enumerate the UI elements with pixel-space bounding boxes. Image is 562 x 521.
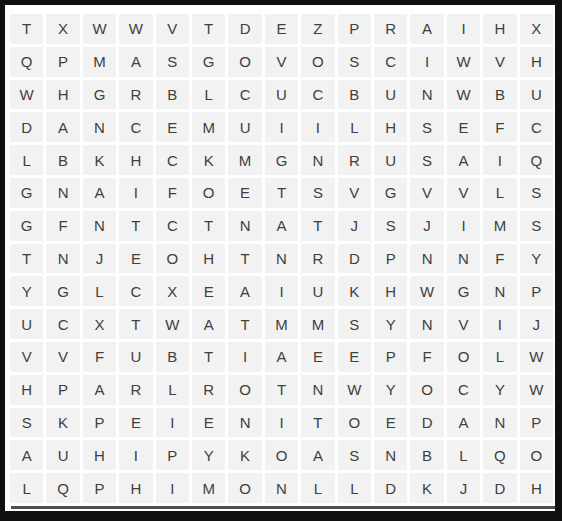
grid-cell[interactable]: T bbox=[192, 14, 225, 44]
grid-cell[interactable]: N bbox=[410, 80, 443, 110]
grid-cell[interactable]: N bbox=[410, 244, 443, 274]
grid-cell[interactable]: J bbox=[83, 244, 116, 274]
grid-cell[interactable]: E bbox=[119, 244, 152, 274]
grid-cell[interactable]: B bbox=[46, 145, 79, 175]
grid-cell[interactable]: E bbox=[447, 112, 480, 142]
grid-cell[interactable]: T bbox=[265, 375, 298, 405]
grid-cell[interactable]: U bbox=[301, 276, 334, 306]
grid-cell[interactable]: U bbox=[46, 440, 79, 470]
grid-cell[interactable]: W bbox=[119, 14, 152, 44]
grid-cell[interactable]: V bbox=[265, 47, 298, 77]
grid-cell[interactable]: H bbox=[374, 276, 407, 306]
grid-cell[interactable]: K bbox=[410, 473, 443, 503]
grid-cell[interactable]: O bbox=[228, 473, 261, 503]
grid-cell[interactable]: Z bbox=[301, 14, 334, 44]
grid-cell[interactable]: C bbox=[46, 309, 79, 339]
grid-cell[interactable]: E bbox=[374, 408, 407, 438]
grid-cell[interactable]: D bbox=[483, 473, 516, 503]
grid-cell[interactable]: E bbox=[192, 408, 225, 438]
grid-cell[interactable]: U bbox=[10, 309, 43, 339]
frame-shadow-line bbox=[11, 506, 555, 509]
grid-cell[interactable]: O bbox=[156, 244, 189, 274]
grid-cell[interactable]: R bbox=[301, 244, 334, 274]
grid-cell[interactable]: F bbox=[483, 112, 516, 142]
grid-cell[interactable]: N bbox=[228, 211, 261, 241]
grid-cell[interactable]: G bbox=[374, 178, 407, 208]
grid-cell[interactable]: L bbox=[192, 80, 225, 110]
grid-cell[interactable]: T bbox=[265, 178, 298, 208]
grid-cell[interactable]: N bbox=[46, 244, 79, 274]
grid-cell[interactable]: H bbox=[83, 440, 116, 470]
grid-cell[interactable]: V bbox=[447, 178, 480, 208]
grid-cell[interactable]: X bbox=[46, 14, 79, 44]
grid-cell[interactable]: A bbox=[119, 47, 152, 77]
grid-cell[interactable]: O bbox=[192, 178, 225, 208]
grid-cell[interactable]: R bbox=[119, 375, 152, 405]
grid-cell[interactable]: W bbox=[410, 276, 443, 306]
grid-cell[interactable]: W bbox=[338, 375, 371, 405]
grid-cell[interactable]: E bbox=[265, 14, 298, 44]
grid-cell[interactable]: T bbox=[119, 309, 152, 339]
grid-cell[interactable]: R bbox=[192, 375, 225, 405]
grid-cell[interactable]: C bbox=[119, 276, 152, 306]
grid-cell[interactable]: O bbox=[301, 47, 334, 77]
grid-cell[interactable]: S bbox=[301, 178, 334, 208]
grid-cell[interactable]: G bbox=[83, 80, 116, 110]
grid-cell[interactable]: M bbox=[192, 112, 225, 142]
grid-cell[interactable]: N bbox=[374, 440, 407, 470]
grid-cell[interactable]: U bbox=[374, 145, 407, 175]
grid-cell[interactable]: L bbox=[156, 375, 189, 405]
grid-cell[interactable]: F bbox=[83, 342, 116, 372]
grid-cell[interactable]: I bbox=[265, 112, 298, 142]
grid-cell[interactable]: U bbox=[228, 112, 261, 142]
grid-cell[interactable]: X bbox=[156, 276, 189, 306]
grid-cell[interactable]: N bbox=[301, 145, 334, 175]
grid-cell[interactable]: I bbox=[483, 309, 516, 339]
grid-cell[interactable]: W bbox=[447, 47, 480, 77]
grid-cell[interactable]: G bbox=[46, 276, 79, 306]
grid-cell[interactable]: K bbox=[83, 145, 116, 175]
grid-cell[interactable]: X bbox=[83, 309, 116, 339]
grid-cell[interactable]: J bbox=[447, 473, 480, 503]
grid-cell[interactable]: W bbox=[83, 14, 116, 44]
grid-cell[interactable]: C bbox=[447, 375, 480, 405]
grid-cell[interactable]: B bbox=[156, 80, 189, 110]
grid-cell[interactable]: O bbox=[410, 375, 443, 405]
grid-cell[interactable]: I bbox=[447, 14, 480, 44]
grid-cell[interactable]: L bbox=[83, 276, 116, 306]
grid-cell[interactable]: A bbox=[301, 440, 334, 470]
grid-cell[interactable]: G bbox=[192, 47, 225, 77]
grid-cell[interactable]: M bbox=[228, 145, 261, 175]
grid-cell[interactable]: C bbox=[119, 112, 152, 142]
grid-cell[interactable]: O bbox=[338, 408, 371, 438]
grid-cell[interactable]: S bbox=[374, 211, 407, 241]
grid-cell[interactable]: N bbox=[265, 473, 298, 503]
grid-cell[interactable]: I bbox=[447, 211, 480, 241]
grid-cell[interactable]: S bbox=[338, 309, 371, 339]
grid-cell[interactable]: D bbox=[410, 408, 443, 438]
grid-cell[interactable]: L bbox=[10, 473, 43, 503]
grid-cell[interactable]: N bbox=[447, 244, 480, 274]
grid-cell[interactable]: N bbox=[83, 211, 116, 241]
grid-cell[interactable]: I bbox=[156, 408, 189, 438]
grid-cell[interactable]: Y bbox=[483, 375, 516, 405]
grid-cell[interactable]: Y bbox=[374, 309, 407, 339]
grid-cell[interactable]: V bbox=[483, 47, 516, 77]
grid-cell[interactable]: V bbox=[46, 342, 79, 372]
grid-cell[interactable]: T bbox=[228, 244, 261, 274]
grid-cell[interactable]: H bbox=[119, 145, 152, 175]
grid-cell[interactable]: L bbox=[338, 473, 371, 503]
grid-cell[interactable]: T bbox=[119, 211, 152, 241]
grid-cell[interactable]: U bbox=[119, 342, 152, 372]
grid-cell[interactable]: Q bbox=[46, 473, 79, 503]
grid-cell[interactable]: C bbox=[156, 211, 189, 241]
grid-cell[interactable]: W bbox=[156, 309, 189, 339]
grid-cell[interactable]: H bbox=[119, 473, 152, 503]
grid-cell[interactable]: A bbox=[447, 408, 480, 438]
grid-cell[interactable]: V bbox=[338, 178, 371, 208]
grid-cell[interactable]: Y bbox=[374, 375, 407, 405]
grid-cell[interactable]: L bbox=[301, 473, 334, 503]
grid-cell[interactable]: G bbox=[447, 276, 480, 306]
grid-cell[interactable]: H bbox=[46, 80, 79, 110]
grid-cell[interactable]: A bbox=[83, 178, 116, 208]
grid-cell[interactable]: P bbox=[83, 473, 116, 503]
grid-cell[interactable]: N bbox=[83, 112, 116, 142]
grid-cell[interactable]: M bbox=[301, 309, 334, 339]
grid-cell[interactable]: E bbox=[192, 276, 225, 306]
grid-cell[interactable]: C bbox=[228, 80, 261, 110]
grid-cell[interactable]: F bbox=[46, 211, 79, 241]
grid-cell[interactable]: V bbox=[156, 14, 189, 44]
grid-cell[interactable]: Q bbox=[10, 47, 43, 77]
grid-cell[interactable]: L bbox=[483, 178, 516, 208]
grid-cell[interactable]: N bbox=[483, 408, 516, 438]
grid-cell[interactable]: A bbox=[228, 276, 261, 306]
grid-cell[interactable]: G bbox=[265, 145, 298, 175]
grid-cell[interactable]: W bbox=[520, 375, 553, 405]
grid-cell[interactable]: R bbox=[119, 80, 152, 110]
grid-cell[interactable]: P bbox=[46, 47, 79, 77]
grid-cell[interactable]: E bbox=[228, 178, 261, 208]
grid-cell[interactable]: K bbox=[338, 276, 371, 306]
grid-cell[interactable]: O bbox=[520, 440, 553, 470]
grid-cell[interactable]: O bbox=[228, 375, 261, 405]
grid-cell[interactable]: S bbox=[338, 47, 371, 77]
grid-cell[interactable]: T bbox=[301, 211, 334, 241]
grid-cell[interactable]: N bbox=[483, 276, 516, 306]
grid-cell[interactable]: B bbox=[156, 342, 189, 372]
grid-cell[interactable]: M bbox=[265, 309, 298, 339]
grid-cell[interactable]: R bbox=[338, 145, 371, 175]
grid-cell[interactable]: K bbox=[46, 408, 79, 438]
grid-cell[interactable]: O bbox=[265, 440, 298, 470]
grid-cell[interactable]: F bbox=[156, 178, 189, 208]
grid-cell[interactable]: L bbox=[338, 112, 371, 142]
grid-cell[interactable]: D bbox=[374, 473, 407, 503]
grid-cell[interactable]: H bbox=[374, 112, 407, 142]
grid-cell[interactable]: S bbox=[520, 178, 553, 208]
grid-cell[interactable]: C bbox=[374, 47, 407, 77]
grid-cell[interactable]: T bbox=[301, 408, 334, 438]
grid-cell[interactable]: P bbox=[520, 276, 553, 306]
grid-cell[interactable]: U bbox=[265, 80, 298, 110]
grid-cell[interactable]: A bbox=[410, 14, 443, 44]
grid-cell[interactable]: L bbox=[10, 145, 43, 175]
grid-cell[interactable]: I bbox=[156, 473, 189, 503]
grid-cell[interactable]: H bbox=[192, 244, 225, 274]
grid-cell[interactable]: A bbox=[83, 375, 116, 405]
grid-cell[interactable]: A bbox=[265, 211, 298, 241]
grid-cell[interactable]: N bbox=[228, 408, 261, 438]
grid-cell[interactable]: E bbox=[156, 112, 189, 142]
grid-cell[interactable]: I bbox=[265, 408, 298, 438]
grid-cell[interactable]: U bbox=[520, 80, 553, 110]
grid-cell[interactable]: A bbox=[192, 309, 225, 339]
grid-cell[interactable]: X bbox=[520, 14, 553, 44]
grid-cell[interactable]: V bbox=[447, 309, 480, 339]
grid-cell[interactable]: T bbox=[192, 342, 225, 372]
grid-cell[interactable]: Y bbox=[520, 244, 553, 274]
letter-grid: TXWWVTDEZPRAIHXQPMASGOVOSCIWVHWHGRBLCUCB… bbox=[10, 14, 553, 503]
grid-cell[interactable]: F bbox=[410, 342, 443, 372]
grid-cell[interactable]: H bbox=[10, 375, 43, 405]
grid-cell[interactable]: K bbox=[228, 440, 261, 470]
grid-cell[interactable]: B bbox=[338, 80, 371, 110]
grid-cell[interactable]: S bbox=[338, 440, 371, 470]
grid-cell[interactable]: C bbox=[156, 145, 189, 175]
grid-cell[interactable]: N bbox=[46, 178, 79, 208]
grid-cell[interactable]: E bbox=[301, 342, 334, 372]
grid-cell[interactable]: O bbox=[228, 47, 261, 77]
grid-cell[interactable]: N bbox=[301, 375, 334, 405]
grid-cell[interactable]: B bbox=[410, 440, 443, 470]
grid-cell[interactable]: L bbox=[447, 440, 480, 470]
grid-cell[interactable]: S bbox=[10, 408, 43, 438]
grid-cell[interactable]: P bbox=[83, 408, 116, 438]
grid-cell[interactable]: S bbox=[156, 47, 189, 77]
grid-cell[interactable]: V bbox=[10, 342, 43, 372]
grid-cell[interactable]: H bbox=[483, 14, 516, 44]
grid-cell[interactable]: E bbox=[119, 408, 152, 438]
grid-cell[interactable]: I bbox=[228, 342, 261, 372]
grid-cell[interactable]: D bbox=[10, 112, 43, 142]
grid-cell[interactable]: I bbox=[265, 276, 298, 306]
grid-cell[interactable]: T bbox=[10, 244, 43, 274]
grid-cell[interactable]: I bbox=[119, 178, 152, 208]
grid-cell[interactable]: P bbox=[520, 408, 553, 438]
grid-cell[interactable]: J bbox=[338, 211, 371, 241]
grid-cell[interactable]: W bbox=[520, 342, 553, 372]
grid-cell[interactable]: Y bbox=[10, 276, 43, 306]
grid-cell[interactable]: J bbox=[520, 309, 553, 339]
grid-cell[interactable]: A bbox=[447, 145, 480, 175]
grid-cell[interactable]: D bbox=[338, 244, 371, 274]
grid-cell[interactable]: J bbox=[410, 211, 443, 241]
grid-cell[interactable]: P bbox=[374, 244, 407, 274]
grid-cell[interactable]: M bbox=[83, 47, 116, 77]
grid-cell[interactable]: P bbox=[374, 342, 407, 372]
grid-cell[interactable]: B bbox=[483, 80, 516, 110]
grid-cell[interactable]: I bbox=[410, 47, 443, 77]
grid-cell[interactable]: U bbox=[374, 80, 407, 110]
grid-cell[interactable]: L bbox=[483, 342, 516, 372]
grid-cell[interactable]: O bbox=[447, 342, 480, 372]
grid-cell[interactable]: C bbox=[520, 112, 553, 142]
grid-cell[interactable]: F bbox=[483, 244, 516, 274]
grid-cell[interactable]: N bbox=[265, 244, 298, 274]
grid-cell[interactable]: P bbox=[156, 440, 189, 470]
grid-cell[interactable]: D bbox=[228, 14, 261, 44]
wordsearch-board: TXWWVTDEZPRAIHXQPMASGOVOSCIWVHWHGRBLCUCB… bbox=[0, 0, 562, 521]
grid-cell[interactable]: A bbox=[265, 342, 298, 372]
grid-cell[interactable]: R bbox=[374, 14, 407, 44]
grid-cell[interactable]: Q bbox=[520, 145, 553, 175]
grid-cell[interactable]: W bbox=[447, 80, 480, 110]
grid-cell[interactable]: N bbox=[410, 309, 443, 339]
grid-cell[interactable]: T bbox=[228, 309, 261, 339]
grid-cell[interactable]: G bbox=[10, 211, 43, 241]
grid-cell[interactable]: P bbox=[46, 375, 79, 405]
grid-cell[interactable]: Y bbox=[192, 440, 225, 470]
grid-cell[interactable]: G bbox=[10, 178, 43, 208]
grid-cell[interactable]: V bbox=[410, 178, 443, 208]
grid-cell[interactable]: I bbox=[483, 145, 516, 175]
grid-cell[interactable]: H bbox=[520, 47, 553, 77]
grid-cell[interactable]: I bbox=[119, 440, 152, 470]
grid-cell[interactable]: W bbox=[10, 80, 43, 110]
grid-cell[interactable]: S bbox=[410, 112, 443, 142]
grid-cell[interactable]: S bbox=[410, 145, 443, 175]
grid-cell[interactable]: T bbox=[192, 211, 225, 241]
grid-cell[interactable]: M bbox=[483, 211, 516, 241]
grid-cell[interactable]: M bbox=[192, 473, 225, 503]
grid-cell[interactable]: A bbox=[46, 112, 79, 142]
grid-cell[interactable]: K bbox=[192, 145, 225, 175]
grid-cell[interactable]: H bbox=[520, 473, 553, 503]
grid-cell[interactable]: P bbox=[338, 14, 371, 44]
grid-cell[interactable]: I bbox=[301, 112, 334, 142]
grid-cell[interactable]: C bbox=[301, 80, 334, 110]
grid-cell[interactable]: T bbox=[10, 14, 43, 44]
grid-cell[interactable]: E bbox=[338, 342, 371, 372]
grid-cell[interactable]: Q bbox=[483, 440, 516, 470]
grid-cell[interactable]: A bbox=[10, 440, 43, 470]
grid-cell[interactable]: S bbox=[520, 211, 553, 241]
